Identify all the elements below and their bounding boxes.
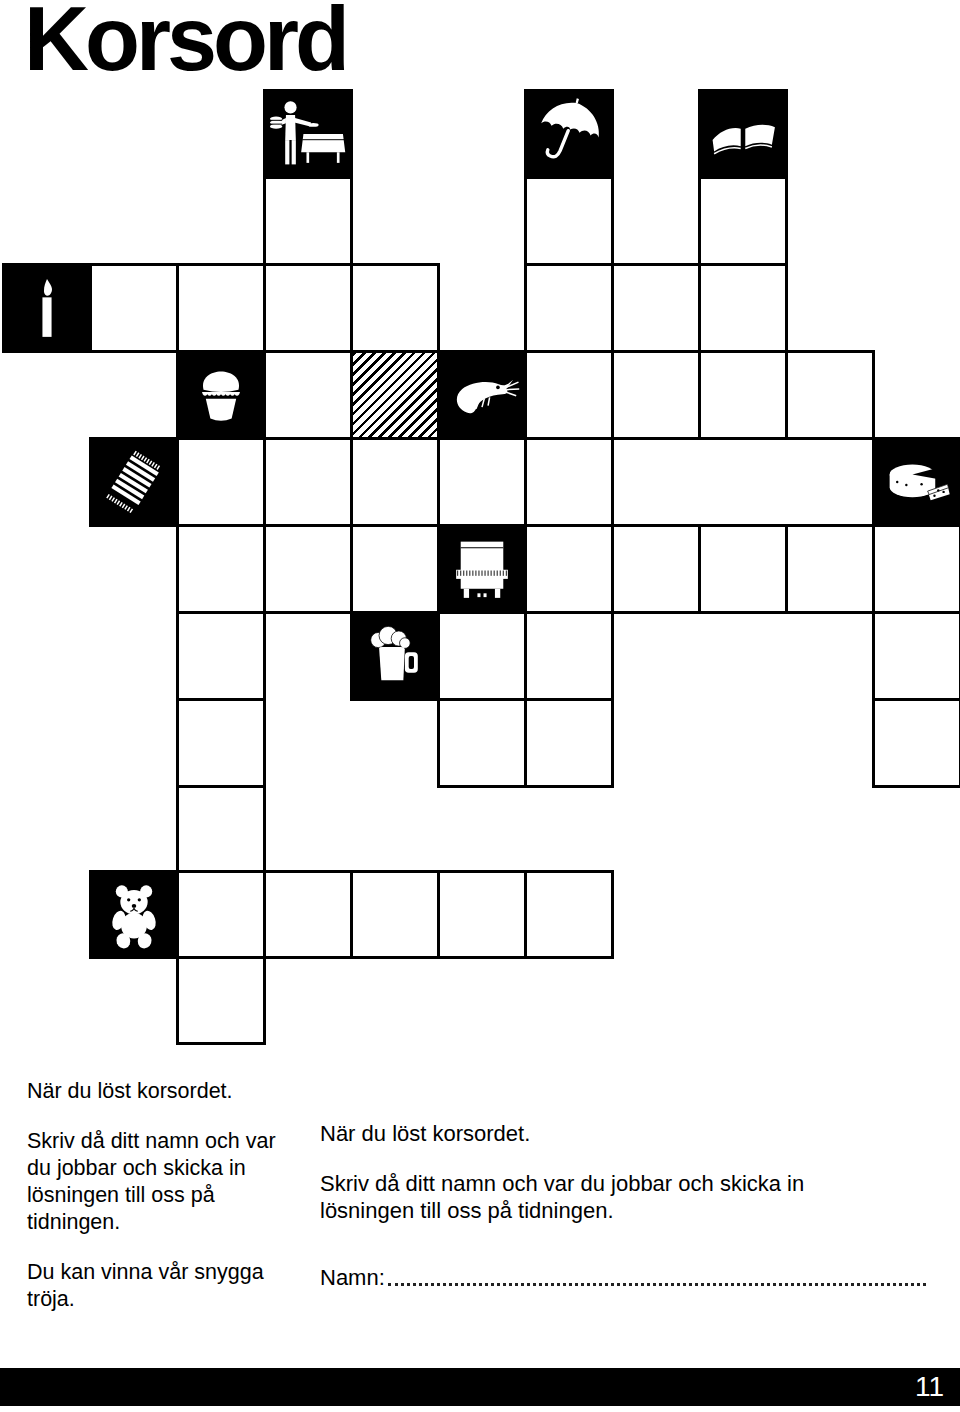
paragraph-gap — [320, 1147, 942, 1170]
open-book-icon — [705, 96, 781, 172]
piano-icon — [444, 531, 520, 607]
page-number: 11 — [915, 1371, 944, 1403]
clue-cell-piano — [437, 524, 527, 614]
instructions-left-line: tröja. — [27, 1286, 276, 1313]
muffin-icon — [183, 357, 259, 433]
letter-cell-r6c10[interactable] — [872, 524, 960, 614]
paragraph-gap — [320, 1224, 942, 1264]
clue-cell-shrimp — [437, 350, 527, 440]
instructions-right-para1: När du löst korsordet. — [320, 1120, 942, 1147]
letter-cell-r5c2[interactable] — [176, 437, 266, 527]
instructions-left-line: Du kan vinna vår snygga — [27, 1259, 276, 1286]
letter-cell-r3c2[interactable] — [176, 263, 266, 353]
instructions-right-line: lösningen till oss på tidningen. — [320, 1197, 942, 1224]
letter-cell-r4c8[interactable] — [698, 350, 788, 440]
letter-cell-r9c2[interactable] — [176, 785, 266, 873]
umbrella-icon — [531, 96, 607, 172]
letter-cell-r6c6[interactable] — [524, 524, 614, 614]
blocked-cell — [350, 350, 440, 440]
letter-cell-r10c5[interactable] — [437, 870, 527, 959]
clue-cell-waiter-table — [263, 89, 353, 179]
clue-cell-candle — [2, 263, 92, 353]
footer-bar: 11 — [0, 1368, 960, 1406]
letter-cell-r3c6[interactable] — [524, 263, 614, 353]
instructions-right-line: Skriv då ditt namn och var du jobbar och… — [320, 1170, 942, 1197]
letter-cell-r5c3[interactable] — [263, 437, 353, 527]
letter-cell-r6c9[interactable] — [785, 524, 875, 614]
instructions-left-line: lösningen till oss på — [27, 1182, 276, 1209]
instructions-left: När du löst korsordet. Skriv då ditt nam… — [27, 1078, 276, 1313]
instructions-left-line: du jobbar och skicka in — [27, 1155, 276, 1182]
name-entry-row: Namn: — [320, 1264, 926, 1291]
letter-cell-r8c10[interactable] — [872, 698, 960, 788]
letter-cell-r6c4[interactable] — [350, 524, 440, 614]
letter-cell-r5c6[interactable] — [524, 437, 614, 527]
letter-cell-r10c4[interactable] — [350, 870, 440, 959]
letter-cell-r10c3[interactable] — [263, 870, 353, 959]
letter-cell-r3c3[interactable] — [263, 263, 353, 353]
letter-cell-r7c10[interactable] — [872, 611, 960, 701]
magazine-page: Korsord När du löst korsordet. Skriv då … — [0, 0, 960, 1412]
letter-cell-r8c2[interactable] — [176, 698, 266, 788]
letter-cell-r4c3[interactable] — [263, 350, 353, 440]
letter-cell-r6c8[interactable] — [698, 524, 788, 614]
paragraph-gap — [27, 1236, 276, 1259]
clue-cell-rug — [89, 437, 179, 527]
letter-cell-r5c5[interactable] — [437, 437, 527, 527]
letter-cell-r10c2[interactable] — [176, 870, 266, 959]
letter-cell-r7c6[interactable] — [524, 611, 614, 701]
letter-cell-r8c5[interactable] — [437, 698, 527, 788]
letter-cell-r3c8[interactable] — [698, 263, 788, 353]
instructions-left-para1: När du löst korsordet. — [27, 1078, 276, 1105]
beer-mug-icon — [357, 618, 433, 694]
letter-cell-r5c7-merged[interactable] — [611, 437, 875, 527]
clue-cell-teddy-bear — [89, 870, 179, 959]
letter-cell-r4c7[interactable] — [611, 350, 701, 440]
name-label: Namn: — [320, 1264, 385, 1291]
clue-cell-beer-mug — [350, 611, 440, 701]
instructions-left-line: Skriv då ditt namn och var — [27, 1128, 276, 1155]
crossword-grid — [0, 0, 960, 1060]
teddy-bear-icon — [96, 877, 172, 953]
letter-cell-r5c4[interactable] — [350, 437, 440, 527]
clue-cell-cheese — [872, 437, 960, 527]
letter-cell-r10c6[interactable] — [524, 870, 614, 959]
clue-cell-umbrella — [524, 89, 614, 179]
letter-cell-r7c2[interactable] — [176, 611, 266, 701]
letter-cell-r2c6[interactable] — [524, 176, 614, 266]
letter-cell-r3c4[interactable] — [350, 263, 440, 353]
letter-cell-r6c3[interactable] — [263, 524, 353, 614]
letter-cell-r6c2[interactable] — [176, 524, 266, 614]
name-dotted-line[interactable] — [388, 1282, 926, 1286]
letter-cell-r4c9[interactable] — [785, 350, 875, 440]
waiter-table-icon — [270, 96, 346, 172]
clue-cell-muffin — [176, 350, 266, 440]
instructions-left-line: tidningen. — [27, 1209, 276, 1236]
letter-cell-r2c8[interactable] — [698, 176, 788, 266]
shrimp-icon — [444, 357, 520, 433]
letter-cell-r7c5[interactable] — [437, 611, 527, 701]
letter-cell-r6c7[interactable] — [611, 524, 701, 614]
cheese-icon — [879, 444, 955, 520]
instructions-right: När du löst korsordet. Skriv då ditt nam… — [320, 1120, 942, 1291]
paragraph-gap — [27, 1105, 276, 1128]
letter-cell-r3c1[interactable] — [89, 263, 179, 353]
clue-cell-open-book — [698, 89, 788, 179]
rug-icon — [96, 444, 172, 520]
candle-icon — [9, 270, 85, 346]
letter-cell-r4c6[interactable] — [524, 350, 614, 440]
letter-cell-r2c3[interactable] — [263, 176, 353, 266]
letter-cell-r8c6[interactable] — [524, 698, 614, 788]
letter-cell-r3c7[interactable] — [611, 263, 701, 353]
letter-cell-r11c2[interactable] — [176, 956, 266, 1045]
